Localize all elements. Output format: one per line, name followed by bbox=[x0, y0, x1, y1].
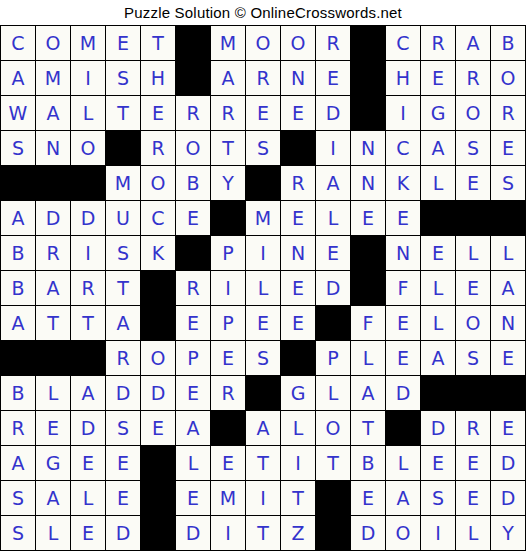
letter-cell-r14c1: S bbox=[1, 481, 35, 515]
letter-cell-r4c11: N bbox=[351, 131, 385, 165]
letter-cell-r14c6: E bbox=[176, 481, 210, 515]
letter-cell-r4c5: R bbox=[141, 131, 175, 165]
letter-cell-r9c3: T bbox=[71, 306, 105, 340]
letter-cell-r14c13: S bbox=[421, 481, 455, 515]
letter-cell-r4c3: O bbox=[71, 131, 105, 165]
letter-cell-r1c12: C bbox=[386, 26, 420, 60]
letter-cell-r13c1: A bbox=[1, 446, 35, 480]
letter-cell-r13c11: B bbox=[351, 446, 385, 480]
letter-cell-r4c15: E bbox=[491, 131, 525, 165]
letter-cell-r5c7: Y bbox=[211, 166, 245, 200]
letter-cell-r3c12: I bbox=[386, 96, 420, 130]
letter-cell-r15c7: I bbox=[211, 516, 245, 550]
block-cell-r4c9 bbox=[281, 131, 315, 165]
letter-cell-r14c12: A bbox=[386, 481, 420, 515]
letter-cell-r10c10: P bbox=[316, 341, 350, 375]
letter-cell-r14c4: E bbox=[106, 481, 140, 515]
block-cell-r8c11 bbox=[351, 271, 385, 305]
letter-cell-r8c14: E bbox=[456, 271, 490, 305]
letter-cell-r4c1: S bbox=[1, 131, 35, 165]
letter-cell-r1c9: O bbox=[281, 26, 315, 60]
letter-cell-r9c14: O bbox=[456, 306, 490, 340]
letter-cell-r12c10: O bbox=[316, 411, 350, 445]
block-cell-r7c6 bbox=[176, 236, 210, 270]
letter-cell-r6c10: L bbox=[316, 201, 350, 235]
letter-cell-r9c1: A bbox=[1, 306, 35, 340]
letter-cell-r12c9: L bbox=[281, 411, 315, 445]
block-cell-r3c11 bbox=[351, 96, 385, 130]
letter-cell-r8c15: A bbox=[491, 271, 525, 305]
letter-cell-r7c4: S bbox=[106, 236, 140, 270]
letter-cell-r9c7: P bbox=[211, 306, 245, 340]
letter-cell-r14c9: T bbox=[281, 481, 315, 515]
letter-cell-r1c8: O bbox=[246, 26, 280, 60]
letter-cell-r12c3: D bbox=[71, 411, 105, 445]
letter-cell-r11c7: R bbox=[211, 376, 245, 410]
letter-cell-r15c13: I bbox=[421, 516, 455, 550]
letter-cell-r2c7: A bbox=[211, 61, 245, 95]
letter-cell-r1c1: C bbox=[1, 26, 35, 60]
letter-cell-r12c13: D bbox=[421, 411, 455, 445]
letter-cell-r1c7: M bbox=[211, 26, 245, 60]
letter-cell-r10c14: S bbox=[456, 341, 490, 375]
letter-cell-r4c2: N bbox=[36, 131, 70, 165]
letter-cell-r4c6: O bbox=[176, 131, 210, 165]
letter-cell-r1c15: B bbox=[491, 26, 525, 60]
letter-cell-r11c4: D bbox=[106, 376, 140, 410]
letter-cell-r15c14: L bbox=[456, 516, 490, 550]
block-cell-r9c10 bbox=[316, 306, 350, 340]
letter-cell-r11c11: A bbox=[351, 376, 385, 410]
letter-cell-r11c6: E bbox=[176, 376, 210, 410]
letter-cell-r6c9: E bbox=[281, 201, 315, 235]
letter-cell-r9c9: E bbox=[281, 306, 315, 340]
letter-cell-r14c7: M bbox=[211, 481, 245, 515]
letter-cell-r5c4: M bbox=[106, 166, 140, 200]
letter-cell-r1c4: E bbox=[106, 26, 140, 60]
letter-cell-r2c5: H bbox=[141, 61, 175, 95]
letter-cell-r8c7: I bbox=[211, 271, 245, 305]
block-cell-r8c5 bbox=[141, 271, 175, 305]
letter-cell-r8c3: R bbox=[71, 271, 105, 305]
block-cell-r11c14 bbox=[456, 376, 490, 410]
letter-cell-r14c8: I bbox=[246, 481, 280, 515]
letter-cell-r15c9: Z bbox=[281, 516, 315, 550]
letter-cell-r7c3: I bbox=[71, 236, 105, 270]
letter-cell-r7c10: E bbox=[316, 236, 350, 270]
letter-cell-r10c5: O bbox=[141, 341, 175, 375]
letter-cell-r2c3: I bbox=[71, 61, 105, 95]
block-cell-r10c3 bbox=[71, 341, 105, 375]
letter-cell-r14c11: E bbox=[351, 481, 385, 515]
letter-cell-r8c1: B bbox=[1, 271, 35, 305]
block-cell-r15c5 bbox=[141, 516, 175, 550]
letter-cell-r4c13: A bbox=[421, 131, 455, 165]
letter-cell-r4c12: C bbox=[386, 131, 420, 165]
block-cell-r10c9 bbox=[281, 341, 315, 375]
letter-cell-r2c2: M bbox=[36, 61, 70, 95]
letter-cell-r8c6: R bbox=[176, 271, 210, 305]
letter-cell-r6c8: M bbox=[246, 201, 280, 235]
letter-cell-r5c12: K bbox=[386, 166, 420, 200]
letter-cell-r1c14: A bbox=[456, 26, 490, 60]
block-cell-r1c11 bbox=[351, 26, 385, 60]
letter-cell-r7c15: L bbox=[491, 236, 525, 270]
block-cell-r12c7 bbox=[211, 411, 245, 445]
letter-cell-r11c5: D bbox=[141, 376, 175, 410]
letter-cell-r9c4: A bbox=[106, 306, 140, 340]
letter-cell-r3c13: G bbox=[421, 96, 455, 130]
letter-cell-r9c12: E bbox=[386, 306, 420, 340]
letter-cell-r2c8: R bbox=[246, 61, 280, 95]
letter-cell-r7c7: P bbox=[211, 236, 245, 270]
letter-cell-r13c3: E bbox=[71, 446, 105, 480]
letter-cell-r15c15: Y bbox=[491, 516, 525, 550]
letter-cell-r7c12: N bbox=[386, 236, 420, 270]
letter-cell-r7c8: I bbox=[246, 236, 280, 270]
block-cell-r6c13 bbox=[421, 201, 455, 235]
letter-cell-r3c5: E bbox=[141, 96, 175, 130]
letter-cell-r8c4: T bbox=[106, 271, 140, 305]
letter-cell-r8c8: L bbox=[246, 271, 280, 305]
letter-cell-r5c13: L bbox=[421, 166, 455, 200]
letter-cell-r6c1: A bbox=[1, 201, 35, 235]
letter-cell-r1c5: T bbox=[141, 26, 175, 60]
block-cell-r2c11 bbox=[351, 61, 385, 95]
letter-cell-r6c5: C bbox=[141, 201, 175, 235]
letter-cell-r13c4: E bbox=[106, 446, 140, 480]
letter-cell-r7c5: K bbox=[141, 236, 175, 270]
letter-cell-r13c13: E bbox=[421, 446, 455, 480]
letter-cell-r9c15: N bbox=[491, 306, 525, 340]
letter-cell-r3c14: O bbox=[456, 96, 490, 130]
letter-cell-r8c12: F bbox=[386, 271, 420, 305]
letter-cell-r9c11: F bbox=[351, 306, 385, 340]
letter-cell-r10c12: E bbox=[386, 341, 420, 375]
letter-cell-r10c11: L bbox=[351, 341, 385, 375]
letter-cell-r5c15: S bbox=[491, 166, 525, 200]
letter-cell-r2c10: E bbox=[316, 61, 350, 95]
letter-cell-r12c8: A bbox=[246, 411, 280, 445]
letter-cell-r13c7: E bbox=[211, 446, 245, 480]
block-cell-r15c10 bbox=[316, 516, 350, 550]
letter-cell-r9c2: T bbox=[36, 306, 70, 340]
letter-cell-r1c3: M bbox=[71, 26, 105, 60]
letter-cell-r7c1: B bbox=[1, 236, 35, 270]
letter-cell-r11c1: B bbox=[1, 376, 35, 410]
letter-cell-r4c7: T bbox=[211, 131, 245, 165]
letter-cell-r11c2: L bbox=[36, 376, 70, 410]
block-cell-r2c6 bbox=[176, 61, 210, 95]
letter-cell-r6c3: D bbox=[71, 201, 105, 235]
block-cell-r10c1 bbox=[1, 341, 35, 375]
letter-cell-r5c10: A bbox=[316, 166, 350, 200]
letter-cell-r15c3: E bbox=[71, 516, 105, 550]
letter-cell-r8c10: D bbox=[316, 271, 350, 305]
letter-cell-r4c14: S bbox=[456, 131, 490, 165]
letter-cell-r12c1: R bbox=[1, 411, 35, 445]
letter-cell-r6c12: E bbox=[386, 201, 420, 235]
letter-cell-r10c8: S bbox=[246, 341, 280, 375]
letter-cell-r7c13: E bbox=[421, 236, 455, 270]
letter-cell-r8c2: A bbox=[36, 271, 70, 305]
letter-cell-r15c1: S bbox=[1, 516, 35, 550]
letter-cell-r5c5: O bbox=[141, 166, 175, 200]
block-cell-r6c7 bbox=[211, 201, 245, 235]
block-cell-r12c12 bbox=[386, 411, 420, 445]
letter-cell-r5c14: E bbox=[456, 166, 490, 200]
letter-cell-r15c6: D bbox=[176, 516, 210, 550]
block-cell-r5c2 bbox=[36, 166, 70, 200]
letter-cell-r2c1: A bbox=[1, 61, 35, 95]
letter-cell-r10c6: P bbox=[176, 341, 210, 375]
letter-cell-r10c7: E bbox=[211, 341, 245, 375]
block-cell-r4c4 bbox=[106, 131, 140, 165]
letter-cell-r2c12: H bbox=[386, 61, 420, 95]
letter-cell-r10c4: R bbox=[106, 341, 140, 375]
block-cell-r5c3 bbox=[71, 166, 105, 200]
letter-cell-r3c7: R bbox=[211, 96, 245, 130]
block-cell-r13c5 bbox=[141, 446, 175, 480]
letter-cell-r3c6: R bbox=[176, 96, 210, 130]
block-cell-r10c2 bbox=[36, 341, 70, 375]
block-cell-r9c5 bbox=[141, 306, 175, 340]
letter-cell-r5c6: B bbox=[176, 166, 210, 200]
letter-cell-r3c3: L bbox=[71, 96, 105, 130]
letter-cell-r3c9: E bbox=[281, 96, 315, 130]
letter-cell-r2c13: E bbox=[421, 61, 455, 95]
letter-cell-r6c4: U bbox=[106, 201, 140, 235]
letter-cell-r14c14: E bbox=[456, 481, 490, 515]
letter-cell-r12c4: S bbox=[106, 411, 140, 445]
block-cell-r7c11 bbox=[351, 236, 385, 270]
block-cell-r11c8 bbox=[246, 376, 280, 410]
block-cell-r14c10 bbox=[316, 481, 350, 515]
block-cell-r5c8 bbox=[246, 166, 280, 200]
letter-cell-r1c13: R bbox=[421, 26, 455, 60]
block-cell-r6c15 bbox=[491, 201, 525, 235]
block-cell-r14c5 bbox=[141, 481, 175, 515]
letter-cell-r13c8: T bbox=[246, 446, 280, 480]
letter-cell-r10c13: A bbox=[421, 341, 455, 375]
letter-cell-r14c2: A bbox=[36, 481, 70, 515]
letter-cell-r15c8: T bbox=[246, 516, 280, 550]
letter-cell-r11c3: A bbox=[71, 376, 105, 410]
letter-cell-r7c14: L bbox=[456, 236, 490, 270]
crossword-grid: COMETMOORCRABAMISHARNEHEROWALTERREEDIGOR… bbox=[0, 25, 526, 551]
letter-cell-r4c10: I bbox=[316, 131, 350, 165]
letter-cell-r5c11: N bbox=[351, 166, 385, 200]
letter-cell-r2c9: N bbox=[281, 61, 315, 95]
letter-cell-r5c9: R bbox=[281, 166, 315, 200]
letter-cell-r13c12: L bbox=[386, 446, 420, 480]
letter-cell-r8c9: E bbox=[281, 271, 315, 305]
letter-cell-r3c4: T bbox=[106, 96, 140, 130]
letter-cell-r13c10: T bbox=[316, 446, 350, 480]
letter-cell-r13c15: D bbox=[491, 446, 525, 480]
letter-cell-r11c12: D bbox=[386, 376, 420, 410]
letter-cell-r13c6: L bbox=[176, 446, 210, 480]
letter-cell-r12c5: E bbox=[141, 411, 175, 445]
letter-cell-r9c13: L bbox=[421, 306, 455, 340]
letter-cell-r15c4: D bbox=[106, 516, 140, 550]
letter-cell-r15c2: L bbox=[36, 516, 70, 550]
block-cell-r6c14 bbox=[456, 201, 490, 235]
letter-cell-r10c15: E bbox=[491, 341, 525, 375]
letter-cell-r3c2: A bbox=[36, 96, 70, 130]
letter-cell-r12c6: A bbox=[176, 411, 210, 445]
letter-cell-r15c12: O bbox=[386, 516, 420, 550]
letter-cell-r3c1: W bbox=[1, 96, 35, 130]
letter-cell-r12c15: E bbox=[491, 411, 525, 445]
letter-cell-r13c14: E bbox=[456, 446, 490, 480]
letter-cell-r2c4: S bbox=[106, 61, 140, 95]
letter-cell-r14c3: L bbox=[71, 481, 105, 515]
letter-cell-r12c2: E bbox=[36, 411, 70, 445]
letter-cell-r13c9: I bbox=[281, 446, 315, 480]
letter-cell-r3c10: D bbox=[316, 96, 350, 130]
block-cell-r1c6 bbox=[176, 26, 210, 60]
letter-cell-r15c11: D bbox=[351, 516, 385, 550]
letter-cell-r12c14: R bbox=[456, 411, 490, 445]
letter-cell-r1c2: O bbox=[36, 26, 70, 60]
letter-cell-r3c15: R bbox=[491, 96, 525, 130]
letter-cell-r4c8: S bbox=[246, 131, 280, 165]
letter-cell-r2c15: O bbox=[491, 61, 525, 95]
letter-cell-r8c13: L bbox=[421, 271, 455, 305]
letter-cell-r2c14: R bbox=[456, 61, 490, 95]
block-cell-r11c15 bbox=[491, 376, 525, 410]
letter-cell-r1c10: R bbox=[316, 26, 350, 60]
letter-cell-r6c11: E bbox=[351, 201, 385, 235]
block-cell-r11c13 bbox=[421, 376, 455, 410]
letter-cell-r13c2: G bbox=[36, 446, 70, 480]
block-cell-r5c1 bbox=[1, 166, 35, 200]
puzzle-solution-page: Puzzle Solution © OnlineCrosswords.net C… bbox=[0, 0, 526, 551]
letter-cell-r3c8: E bbox=[246, 96, 280, 130]
letter-cell-r11c9: G bbox=[281, 376, 315, 410]
letter-cell-r6c6: E bbox=[176, 201, 210, 235]
letter-cell-r9c6: E bbox=[176, 306, 210, 340]
letter-cell-r7c9: N bbox=[281, 236, 315, 270]
letter-cell-r7c2: R bbox=[36, 236, 70, 270]
page-title: Puzzle Solution © OnlineCrosswords.net bbox=[0, 0, 526, 25]
letter-cell-r9c8: E bbox=[246, 306, 280, 340]
letter-cell-r12c11: T bbox=[351, 411, 385, 445]
letter-cell-r6c2: D bbox=[36, 201, 70, 235]
letter-cell-r11c10: L bbox=[316, 376, 350, 410]
letter-cell-r14c15: D bbox=[491, 481, 525, 515]
